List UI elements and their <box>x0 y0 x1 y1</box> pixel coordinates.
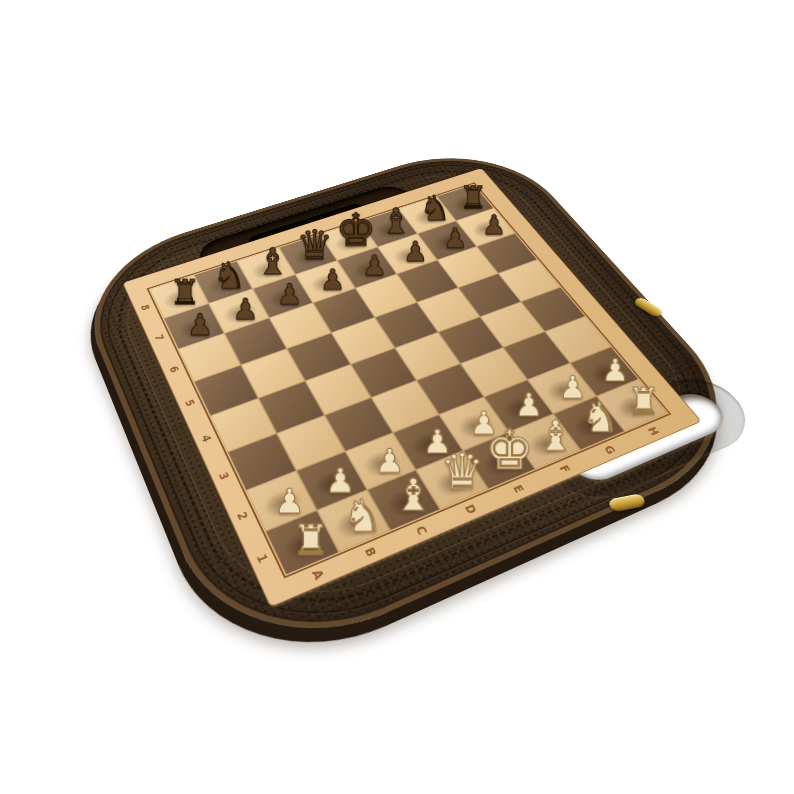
piece-white-knight[interactable]: ♞ <box>335 456 391 538</box>
piece-black-pawn[interactable]: ♟ <box>266 240 313 308</box>
perspective-wrapper: ♜♞♝♛♚♝♞♜♟♟♟♟♟♟♟♟♟♟♟♟♟♟♟♟♜♞♝♛♚♝♞♜ ABCDEFG… <box>66 135 774 680</box>
piece-black-pawn[interactable]: ♟ <box>433 186 477 251</box>
product-photo-scene: ♜♞♝♛♚♝♞♜♟♟♟♟♟♟♟♟♟♟♟♟♟♟♟♟♜♞♝♛♚♝♞♜ ABCDEFG… <box>0 0 794 794</box>
chess-case: ♜♞♝♛♚♝♞♜♟♟♟♟♟♟♟♟♟♟♟♟♟♟♟♟♜♞♝♛♚♝♞♜ ABCDEFG… <box>66 135 774 680</box>
piece-black-pawn[interactable]: ♟ <box>352 212 398 278</box>
piece-black-pawn[interactable]: ♟ <box>222 254 269 323</box>
piece-white-bishop[interactable]: ♝ <box>386 436 441 516</box>
piece-white-king[interactable]: ♚ <box>483 398 537 476</box>
piece-white-bishop[interactable]: ♝ <box>529 379 582 456</box>
piece-black-pawn[interactable]: ♟ <box>310 226 356 293</box>
piece-black-pawn[interactable]: ♟ <box>393 199 438 264</box>
piece-white-queen[interactable]: ♛ <box>435 416 489 495</box>
piece-black-pawn[interactable]: ♟ <box>472 174 516 238</box>
piece-white-rook[interactable]: ♜ <box>282 476 339 559</box>
piece-black-pawn[interactable]: ♟ <box>176 269 224 339</box>
